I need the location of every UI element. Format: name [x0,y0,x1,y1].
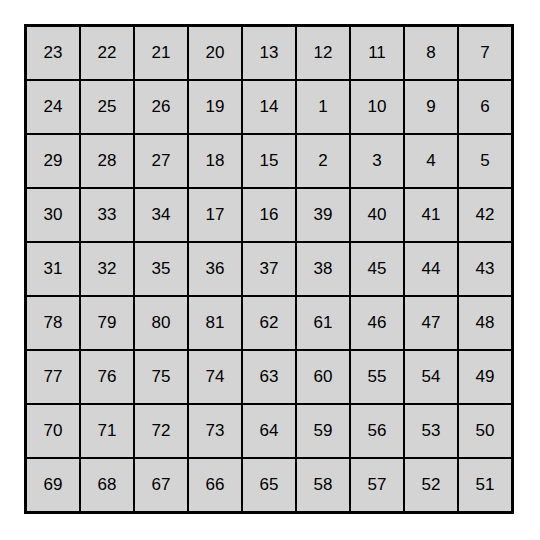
cell-r9c9: 51 [459,459,511,511]
cell-r1c4: 20 [189,27,241,79]
cell-r1c9: 7 [459,27,511,79]
cell-r9c6: 58 [297,459,349,511]
cell-r4c3: 34 [135,189,187,241]
cell-r6c4: 81 [189,297,241,349]
cell-r4c5: 16 [243,189,295,241]
cell-r4c8: 41 [405,189,457,241]
page: 2322212013121187242526191411096292827181… [0,0,540,540]
cell-r6c3: 80 [135,297,187,349]
cell-r8c2: 71 [81,405,133,457]
cell-r5c4: 36 [189,243,241,295]
cell-r3c3: 27 [135,135,187,187]
cell-r4c1: 30 [27,189,79,241]
cell-r3c9: 5 [459,135,511,187]
cell-r8c1: 70 [27,405,79,457]
cell-r7c8: 54 [405,351,457,403]
cell-r6c8: 47 [405,297,457,349]
cell-r6c9: 48 [459,297,511,349]
cell-r8c7: 56 [351,405,403,457]
cell-r5c2: 32 [81,243,133,295]
cell-r7c2: 76 [81,351,133,403]
cell-r1c6: 12 [297,27,349,79]
cell-r7c5: 63 [243,351,295,403]
cell-r7c6: 60 [297,351,349,403]
cell-r2c1: 24 [27,81,79,133]
cell-r2c4: 19 [189,81,241,133]
cell-r2c6: 1 [297,81,349,133]
cell-r9c5: 65 [243,459,295,511]
cell-r2c9: 6 [459,81,511,133]
cell-r3c7: 3 [351,135,403,187]
cell-r9c2: 68 [81,459,133,511]
cell-r1c1: 23 [27,27,79,79]
cell-r7c4: 74 [189,351,241,403]
cell-r3c1: 29 [27,135,79,187]
numbrix-board: 2322212013121187242526191411096292827181… [24,24,514,514]
cell-r7c3: 75 [135,351,187,403]
cell-r5c9: 43 [459,243,511,295]
cell-r6c5: 62 [243,297,295,349]
cell-r5c1: 31 [27,243,79,295]
cell-r2c2: 25 [81,81,133,133]
cell-r9c1: 69 [27,459,79,511]
cell-r7c9: 49 [459,351,511,403]
cell-r2c8: 9 [405,81,457,133]
cell-r9c8: 52 [405,459,457,511]
cell-r3c6: 2 [297,135,349,187]
cell-r3c5: 15 [243,135,295,187]
cell-r2c3: 26 [135,81,187,133]
cell-r5c6: 38 [297,243,349,295]
cell-r8c4: 73 [189,405,241,457]
cell-r5c5: 37 [243,243,295,295]
cell-r8c8: 53 [405,405,457,457]
cell-r6c2: 79 [81,297,133,349]
cell-r5c3: 35 [135,243,187,295]
cell-r6c7: 46 [351,297,403,349]
cell-r8c6: 59 [297,405,349,457]
cell-r4c6: 39 [297,189,349,241]
cell-r1c7: 11 [351,27,403,79]
cell-r4c2: 33 [81,189,133,241]
cell-r5c8: 44 [405,243,457,295]
cell-r7c7: 55 [351,351,403,403]
cell-r2c7: 10 [351,81,403,133]
cell-r4c7: 40 [351,189,403,241]
cell-r2c5: 14 [243,81,295,133]
cell-r6c6: 61 [297,297,349,349]
cell-r5c7: 45 [351,243,403,295]
cell-r3c4: 18 [189,135,241,187]
cell-r3c2: 28 [81,135,133,187]
cell-r4c9: 42 [459,189,511,241]
cell-r1c3: 21 [135,27,187,79]
cell-r1c2: 22 [81,27,133,79]
cell-r8c5: 64 [243,405,295,457]
cell-r1c8: 8 [405,27,457,79]
cell-r4c4: 17 [189,189,241,241]
cell-r6c1: 78 [27,297,79,349]
cell-r9c4: 66 [189,459,241,511]
cell-r9c3: 67 [135,459,187,511]
cell-r1c5: 13 [243,27,295,79]
cell-r3c8: 4 [405,135,457,187]
cell-r7c1: 77 [27,351,79,403]
cell-r8c3: 72 [135,405,187,457]
cell-r8c9: 50 [459,405,511,457]
cell-r9c7: 57 [351,459,403,511]
